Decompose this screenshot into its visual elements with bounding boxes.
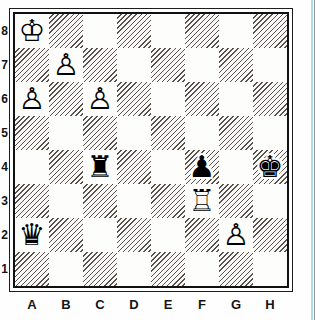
rank-label-6: 6	[0, 82, 9, 116]
board-grid: ♔♙♙♙♜♟♚♖♛♙	[15, 14, 287, 286]
rank-labels: 87654321	[0, 14, 9, 286]
square-d5	[117, 116, 151, 150]
square-h6	[253, 82, 287, 116]
file-label-c: C	[83, 297, 117, 312]
chess-diagram-page: 87654321 ♔♙♙♙♜♟♚♖♛♙ ABCDEFGH	[0, 0, 315, 320]
white-king-a8: ♔	[15, 14, 49, 48]
square-b3	[49, 184, 83, 218]
rank-label-1: 1	[0, 252, 9, 286]
square-b5	[49, 116, 83, 150]
square-h3	[253, 184, 287, 218]
rank-label-5: 5	[0, 116, 9, 150]
square-d1	[117, 252, 151, 286]
square-e8	[151, 14, 185, 48]
file-label-h: H	[253, 297, 287, 312]
square-c7	[83, 48, 117, 82]
white-pawn-b7: ♙	[49, 48, 83, 82]
square-h5	[253, 116, 287, 150]
square-f5	[185, 116, 219, 150]
white-pawn-a6: ♙	[15, 82, 49, 116]
file-labels: ABCDEFGH	[15, 297, 287, 312]
board-inner-border: ♔♙♙♙♜♟♚♖♛♙	[13, 12, 289, 288]
square-a8: ♔	[15, 14, 49, 48]
square-f6	[185, 82, 219, 116]
square-a6: ♙	[15, 82, 49, 116]
square-f7	[185, 48, 219, 82]
image-edge-accent	[311, 0, 313, 320]
square-a1	[15, 252, 49, 286]
square-h1	[253, 252, 287, 286]
square-b8	[49, 14, 83, 48]
square-e5	[151, 116, 185, 150]
square-g3	[219, 184, 253, 218]
square-c4: ♜	[83, 150, 117, 184]
square-g4	[219, 150, 253, 184]
square-d4	[117, 150, 151, 184]
square-e7	[151, 48, 185, 82]
square-f8	[185, 14, 219, 48]
square-e4	[151, 150, 185, 184]
square-g5	[219, 116, 253, 150]
black-rook-c4: ♜	[83, 150, 117, 184]
square-c8	[83, 14, 117, 48]
square-g8	[219, 14, 253, 48]
square-e1	[151, 252, 185, 286]
square-c5	[83, 116, 117, 150]
square-g7	[219, 48, 253, 82]
square-b1	[49, 252, 83, 286]
square-g1	[219, 252, 253, 286]
square-b2	[49, 218, 83, 252]
square-d6	[117, 82, 151, 116]
square-b7: ♙	[49, 48, 83, 82]
square-e3	[151, 184, 185, 218]
square-c6: ♙	[83, 82, 117, 116]
square-d2	[117, 218, 151, 252]
square-a5	[15, 116, 49, 150]
square-b6	[49, 82, 83, 116]
black-pawn-f4: ♟	[185, 150, 219, 184]
rank-label-2: 2	[0, 218, 9, 252]
square-h4: ♚	[253, 150, 287, 184]
square-a7	[15, 48, 49, 82]
square-a2: ♛	[15, 218, 49, 252]
file-label-g: G	[219, 297, 253, 312]
black-queen-a2: ♛	[15, 218, 49, 252]
rank-label-3: 3	[0, 184, 9, 218]
square-g2: ♙	[219, 218, 253, 252]
square-a4	[15, 150, 49, 184]
rank-label-7: 7	[0, 48, 9, 82]
square-c2	[83, 218, 117, 252]
file-label-a: A	[15, 297, 49, 312]
square-e6	[151, 82, 185, 116]
white-pawn-g2: ♙	[219, 218, 253, 252]
square-c1	[83, 252, 117, 286]
file-label-e: E	[151, 297, 185, 312]
square-f4: ♟	[185, 150, 219, 184]
square-h8	[253, 14, 287, 48]
square-d8	[117, 14, 151, 48]
square-f1	[185, 252, 219, 286]
rank-label-4: 4	[0, 150, 9, 184]
square-b4	[49, 150, 83, 184]
file-label-f: F	[185, 297, 219, 312]
white-rook-f3: ♖	[185, 184, 219, 218]
square-a3	[15, 184, 49, 218]
square-c3	[83, 184, 117, 218]
square-h7	[253, 48, 287, 82]
file-label-b: B	[49, 297, 83, 312]
board-frame: ♔♙♙♙♜♟♚♖♛♙	[9, 8, 293, 292]
white-pawn-c6: ♙	[83, 82, 117, 116]
square-f3: ♖	[185, 184, 219, 218]
rank-label-8: 8	[0, 14, 9, 48]
square-e2	[151, 218, 185, 252]
square-g6	[219, 82, 253, 116]
square-d3	[117, 184, 151, 218]
square-d7	[117, 48, 151, 82]
black-king-h4: ♚	[253, 150, 287, 184]
square-f2	[185, 218, 219, 252]
square-h2	[253, 218, 287, 252]
file-label-d: D	[117, 297, 151, 312]
